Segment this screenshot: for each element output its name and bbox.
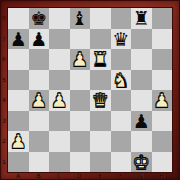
square-h3[interactable]: [152, 111, 173, 132]
square-d1[interactable]: [70, 152, 91, 173]
square-h6[interactable]: [152, 49, 173, 70]
square-f4[interactable]: [111, 90, 132, 111]
square-c3[interactable]: [49, 111, 70, 132]
rank-label-1: 1: [0, 152, 8, 173]
chess-board: ♚♝♜♟♟♛♟♜♞♟♟♛♟♟♟♚: [8, 8, 172, 172]
rank-label-3: 3: [0, 111, 8, 132]
square-c4[interactable]: ♟: [49, 90, 70, 111]
square-g1[interactable]: ♚: [131, 152, 152, 173]
piece-white-pawn-a2[interactable]: ♟: [8, 131, 29, 152]
piece-black-pawn-b7[interactable]: ♟: [29, 29, 50, 50]
rank-label-7: 7: [0, 29, 8, 50]
square-b6[interactable]: [29, 49, 50, 70]
square-f8[interactable]: [111, 8, 132, 29]
square-h2[interactable]: [152, 131, 173, 152]
square-g3[interactable]: ♟: [131, 111, 152, 132]
square-c8[interactable]: [49, 8, 70, 29]
rank-label-6: 6: [0, 49, 8, 70]
square-f6[interactable]: [111, 49, 132, 70]
piece-black-pawn-a7[interactable]: ♟: [8, 29, 29, 50]
square-c2[interactable]: [49, 131, 70, 152]
square-c5[interactable]: [49, 70, 70, 91]
square-b5[interactable]: [29, 70, 50, 91]
piece-black-bishop-d8[interactable]: ♝: [70, 8, 91, 29]
rank-label-8: 8: [0, 8, 8, 29]
piece-black-rook-g8[interactable]: ♜: [131, 8, 152, 29]
square-d2[interactable]: [70, 131, 91, 152]
file-label-a: A: [8, 171, 29, 180]
square-b8[interactable]: ♚: [29, 8, 50, 29]
square-f7[interactable]: ♛: [111, 29, 132, 50]
square-a6[interactable]: [8, 49, 29, 70]
file-label-e: E: [90, 171, 111, 180]
square-d8[interactable]: ♝: [70, 8, 91, 29]
square-f3[interactable]: [111, 111, 132, 132]
chess-board-frame: ♚♝♜♟♟♛♟♜♞♟♟♛♟♟♟♚ 87654321ABCDEFGH: [0, 0, 180, 180]
square-h5[interactable]: [152, 70, 173, 91]
piece-white-knight-f5[interactable]: ♞: [111, 70, 132, 91]
square-a8[interactable]: [8, 8, 29, 29]
square-c6[interactable]: [49, 49, 70, 70]
square-g4[interactable]: [131, 90, 152, 111]
square-b2[interactable]: [29, 131, 50, 152]
square-h8[interactable]: [152, 8, 173, 29]
square-a1[interactable]: [8, 152, 29, 173]
square-f5[interactable]: ♞: [111, 70, 132, 91]
square-h4[interactable]: ♟: [152, 90, 173, 111]
square-e1[interactable]: [90, 152, 111, 173]
square-h7[interactable]: [152, 29, 173, 50]
square-c7[interactable]: [49, 29, 70, 50]
file-label-c: C: [49, 171, 70, 180]
square-h1[interactable]: [152, 152, 173, 173]
piece-white-pawn-d6[interactable]: ♟: [70, 49, 91, 70]
square-c1[interactable]: [49, 152, 70, 173]
square-a4[interactable]: [8, 90, 29, 111]
piece-white-rook-e6[interactable]: ♜: [90, 49, 111, 70]
file-label-d: D: [70, 171, 91, 180]
square-e2[interactable]: [90, 131, 111, 152]
piece-white-pawn-b4[interactable]: ♟: [29, 90, 50, 111]
square-f1[interactable]: [111, 152, 132, 173]
square-e5[interactable]: [90, 70, 111, 91]
file-label-g: G: [131, 171, 152, 180]
square-e4[interactable]: ♛: [90, 90, 111, 111]
square-b4[interactable]: ♟: [29, 90, 50, 111]
square-a5[interactable]: [8, 70, 29, 91]
piece-white-king-g1[interactable]: ♚: [131, 152, 152, 173]
square-a7[interactable]: ♟: [8, 29, 29, 50]
file-label-f: F: [111, 171, 132, 180]
rank-label-4: 4: [0, 90, 8, 111]
square-b1[interactable]: [29, 152, 50, 173]
square-e8[interactable]: [90, 8, 111, 29]
square-d4[interactable]: [70, 90, 91, 111]
square-g8[interactable]: ♜: [131, 8, 152, 29]
file-label-b: B: [29, 171, 50, 180]
piece-black-king-b8[interactable]: ♚: [29, 8, 50, 29]
square-a2[interactable]: ♟: [8, 131, 29, 152]
file-label-h: H: [152, 171, 173, 180]
square-f2[interactable]: [111, 131, 132, 152]
square-b7[interactable]: ♟: [29, 29, 50, 50]
square-e7[interactable]: [90, 29, 111, 50]
piece-black-pawn-g3[interactable]: ♟: [131, 111, 152, 132]
square-g7[interactable]: [131, 29, 152, 50]
square-d5[interactable]: [70, 70, 91, 91]
rank-label-5: 5: [0, 70, 8, 91]
piece-white-pawn-h4[interactable]: ♟: [152, 90, 173, 111]
square-d6[interactable]: ♟: [70, 49, 91, 70]
square-e3[interactable]: [90, 111, 111, 132]
square-g5[interactable]: [131, 70, 152, 91]
square-d3[interactable]: [70, 111, 91, 132]
piece-black-queen-f7[interactable]: ♛: [111, 29, 132, 50]
square-g6[interactable]: [131, 49, 152, 70]
rank-label-2: 2: [0, 131, 8, 152]
square-g2[interactable]: [131, 131, 152, 152]
square-b3[interactable]: [29, 111, 50, 132]
piece-white-pawn-c4[interactable]: ♟: [49, 90, 70, 111]
square-e6[interactable]: ♜: [90, 49, 111, 70]
square-d7[interactable]: [70, 29, 91, 50]
piece-white-queen-e4[interactable]: ♛: [90, 90, 111, 111]
square-a3[interactable]: [8, 111, 29, 132]
